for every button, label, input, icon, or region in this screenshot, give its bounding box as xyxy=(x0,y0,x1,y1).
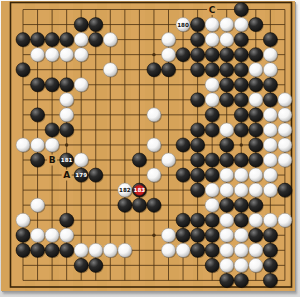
letter-annotation: B xyxy=(47,155,57,166)
svg-text:182: 182 xyxy=(119,187,131,193)
star-point xyxy=(65,143,68,146)
svg-text:180: 180 xyxy=(177,22,189,28)
go-board-container: 179180181182183ABC xyxy=(1,1,295,291)
svg-text:B: B xyxy=(49,155,56,165)
move-number-label: 179 xyxy=(75,172,87,178)
svg-text:C: C xyxy=(209,5,216,15)
star-point xyxy=(240,143,243,146)
move-number-label: 181 xyxy=(61,157,73,163)
star-point xyxy=(152,234,155,237)
letter-annotation: C xyxy=(207,4,217,15)
star-point xyxy=(152,53,155,56)
go-board[interactable]: 179180181182183ABC xyxy=(1,1,295,291)
move-number-label: 180 xyxy=(177,22,189,28)
svg-text:183: 183 xyxy=(134,187,146,193)
svg-text:A: A xyxy=(63,170,70,180)
move-number-label: 182 xyxy=(119,187,131,193)
screenshot-root: 179180181182183ABC xyxy=(0,0,300,297)
letter-annotation: A xyxy=(62,170,72,181)
svg-text:179: 179 xyxy=(75,172,87,178)
svg-text:181: 181 xyxy=(61,157,73,163)
